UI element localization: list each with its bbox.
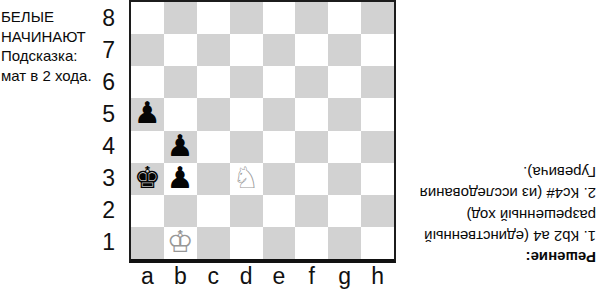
black-pawn-a5: ♟	[134, 98, 161, 128]
square-d2	[230, 195, 263, 227]
rank-label-3: 3	[94, 163, 122, 195]
square-g1	[328, 227, 361, 259]
white-king-b1: ♔	[167, 227, 194, 257]
solution-heading: Решение:	[397, 247, 596, 268]
square-b1: ♔	[164, 227, 197, 259]
square-h2	[361, 195, 394, 227]
file-label-f: f	[295, 264, 328, 288]
square-f7	[295, 34, 328, 66]
square-c4	[197, 131, 230, 163]
black-pawn-b4: ♟	[167, 131, 194, 161]
square-h6	[361, 66, 394, 98]
square-b7	[164, 34, 197, 66]
rank-label-5: 5	[94, 98, 122, 130]
rank-label-2: 2	[94, 195, 122, 227]
square-a3: ♚	[131, 163, 164, 195]
square-h4	[361, 131, 394, 163]
square-h1	[361, 227, 394, 259]
square-a2	[131, 195, 164, 227]
square-h3	[361, 163, 394, 195]
square-e7	[263, 34, 296, 66]
white-knight-d3: ♘	[233, 163, 260, 193]
black-pawn-b3: ♟	[167, 163, 194, 193]
rank-label-7: 7	[94, 34, 122, 66]
square-b6	[164, 66, 197, 98]
rank-label-6: 6	[94, 66, 122, 98]
square-e5	[263, 98, 296, 130]
solution-text-upside-down: Решение: 1. Кb2 a4 (единственный разреше…	[397, 161, 596, 268]
square-e4	[263, 131, 296, 163]
square-b3: ♟	[164, 163, 197, 195]
book-page: БЕЛЫЕ НАЧИНАЮТ Подсказка: мат в 2 хода. …	[0, 0, 600, 289]
square-d1	[230, 227, 263, 259]
file-label-e: e	[263, 264, 296, 288]
square-f2	[295, 195, 328, 227]
square-h7	[361, 34, 394, 66]
square-c7	[197, 34, 230, 66]
square-h5	[361, 98, 394, 130]
square-g2	[328, 195, 361, 227]
rank-labels: 87654321	[94, 2, 122, 259]
square-e3	[263, 163, 296, 195]
square-h8	[361, 2, 394, 34]
square-f8	[295, 2, 328, 34]
square-b5	[164, 98, 197, 130]
square-g3	[328, 163, 361, 195]
square-g5	[328, 98, 361, 130]
square-c2	[197, 195, 230, 227]
square-d4	[230, 131, 263, 163]
rank-label-4: 4	[94, 131, 122, 163]
square-e6	[263, 66, 296, 98]
solution-move-2-cont: Гуревича).	[397, 162, 596, 183]
square-e2	[263, 195, 296, 227]
square-f6	[295, 66, 328, 98]
square-e1	[263, 227, 296, 259]
square-c3	[197, 163, 230, 195]
file-label-g: g	[328, 264, 361, 288]
square-d3: ♘	[230, 163, 263, 195]
square-b4: ♟	[164, 131, 197, 163]
file-label-c: c	[197, 264, 230, 288]
square-a5: ♟	[131, 98, 164, 130]
solution-move-2: 2. Кс4# (из исследования	[397, 183, 596, 204]
square-g8	[328, 2, 361, 34]
file-label-b: b	[164, 264, 197, 288]
square-a4	[131, 131, 164, 163]
square-d6	[230, 66, 263, 98]
square-g6	[328, 66, 361, 98]
square-g7	[328, 34, 361, 66]
rank-label-8: 8	[94, 2, 122, 34]
file-label-a: a	[131, 264, 164, 288]
solution-move-1: 1. Кb2 a4 (единственный	[397, 226, 596, 247]
square-d5	[230, 98, 263, 130]
file-label-h: h	[361, 264, 394, 288]
square-a7	[131, 34, 164, 66]
square-d7	[230, 34, 263, 66]
rank-label-1: 1	[94, 227, 122, 259]
square-c5	[197, 98, 230, 130]
black-king-a3: ♚	[134, 163, 161, 193]
square-f4	[295, 131, 328, 163]
square-b2	[164, 195, 197, 227]
chess-board: ♟♟♚♟♘♔	[129, 0, 396, 263]
square-e8	[263, 2, 296, 34]
square-a8	[131, 2, 164, 34]
square-a6	[131, 66, 164, 98]
square-c8	[197, 2, 230, 34]
square-c6	[197, 66, 230, 98]
square-a1	[131, 227, 164, 259]
square-d8	[230, 2, 263, 34]
square-g4	[328, 131, 361, 163]
file-label-d: d	[230, 264, 263, 288]
square-b8	[164, 2, 197, 34]
square-f3	[295, 163, 328, 195]
solution-move-1-cont: разрешенный ход)	[397, 204, 596, 225]
square-f1	[295, 227, 328, 259]
square-f5	[295, 98, 328, 130]
square-c1	[197, 227, 230, 259]
file-labels: abcdefgh	[131, 264, 394, 288]
